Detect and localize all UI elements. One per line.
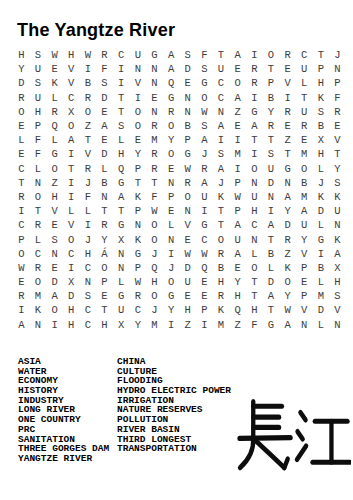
grid-cell[interactable]: U [296, 62, 313, 76]
grid-cell[interactable]: O [213, 232, 230, 246]
grid-cell[interactable]: C [246, 218, 263, 232]
grid-cell[interactable]: E [96, 289, 113, 303]
grid-cell[interactable]: J [213, 176, 230, 190]
grid-cell[interactable]: T [213, 204, 230, 218]
grid-cell[interactable]: I [63, 190, 80, 204]
grid-cell[interactable]: R [296, 119, 313, 133]
grid-cell[interactable]: L [313, 318, 330, 332]
grid-cell[interactable]: T [263, 232, 280, 246]
grid-cell[interactable]: N [179, 204, 196, 218]
grid-cell[interactable]: P [179, 133, 196, 147]
grid-cell[interactable]: O [196, 91, 213, 105]
grid-cell[interactable]: Q [113, 162, 130, 176]
grid-cell[interactable]: O [46, 162, 63, 176]
grid-cell[interactable]: D [263, 176, 280, 190]
grid-cell[interactable]: O [46, 303, 63, 317]
grid-cell[interactable]: G [163, 289, 180, 303]
grid-cell[interactable]: A [63, 133, 80, 147]
grid-cell[interactable]: A [263, 289, 280, 303]
grid-cell[interactable]: X [329, 261, 346, 275]
grid-cell[interactable]: I [113, 76, 130, 90]
grid-cell[interactable]: K [129, 190, 146, 204]
grid-cell[interactable]: T [296, 91, 313, 105]
grid-cell[interactable]: L [313, 218, 330, 232]
grid-cell[interactable]: C [63, 247, 80, 261]
grid-cell[interactable]: O [263, 48, 280, 62]
grid-cell[interactable]: L [113, 133, 130, 147]
grid-cell[interactable]: E [163, 162, 180, 176]
grid-cell[interactable]: Z [229, 105, 246, 119]
grid-cell[interactable]: R [146, 162, 163, 176]
grid-cell[interactable]: R [279, 232, 296, 246]
grid-cell[interactable]: N [329, 218, 346, 232]
grid-cell[interactable]: U [263, 162, 280, 176]
grid-cell[interactable]: A [46, 289, 63, 303]
grid-cell[interactable]: N [163, 176, 180, 190]
grid-cell[interactable]: C [13, 162, 30, 176]
grid-cell[interactable]: R [96, 218, 113, 232]
grid-cell[interactable]: H [313, 147, 330, 161]
grid-cell[interactable]: E [13, 119, 30, 133]
grid-cell[interactable]: W [46, 48, 63, 62]
grid-cell[interactable]: I [63, 176, 80, 190]
grid-cell[interactable]: S [30, 48, 47, 62]
grid-cell[interactable]: W [196, 105, 213, 119]
grid-cell[interactable]: T [213, 218, 230, 232]
grid-cell[interactable]: E [279, 62, 296, 76]
grid-cell[interactable]: P [296, 261, 313, 275]
grid-cell[interactable]: D [63, 289, 80, 303]
grid-cell[interactable]: V [329, 303, 346, 317]
grid-cell[interactable]: Y [13, 62, 30, 76]
grid-cell[interactable]: J [80, 176, 97, 190]
grid-cell[interactable]: A [263, 218, 280, 232]
grid-cell[interactable]: O [246, 162, 263, 176]
grid-cell[interactable]: S [313, 105, 330, 119]
grid-cell[interactable]: A [213, 119, 230, 133]
grid-cell[interactable]: R [129, 289, 146, 303]
grid-cell[interactable]: O [146, 289, 163, 303]
grid-cell[interactable]: W [179, 162, 196, 176]
grid-cell[interactable]: B [313, 119, 330, 133]
grid-cell[interactable]: M [213, 318, 230, 332]
grid-cell[interactable]: I [63, 261, 80, 275]
grid-cell[interactable]: T [129, 176, 146, 190]
grid-cell[interactable]: O [279, 275, 296, 289]
grid-cell[interactable]: E [196, 289, 213, 303]
grid-cell[interactable]: Y [263, 105, 280, 119]
grid-cell[interactable]: O [63, 232, 80, 246]
grid-cell[interactable]: B [263, 91, 280, 105]
grid-cell[interactable]: W [196, 247, 213, 261]
grid-cell[interactable]: L [30, 232, 47, 246]
grid-cell[interactable]: I [279, 91, 296, 105]
grid-cell[interactable]: D [263, 275, 280, 289]
grid-cell[interactable]: E [329, 119, 346, 133]
grid-cell[interactable]: V [63, 62, 80, 76]
grid-cell[interactable]: C [129, 303, 146, 317]
grid-cell[interactable]: U [113, 303, 130, 317]
grid-cell[interactable]: M [229, 147, 246, 161]
grid-cell[interactable]: O [30, 275, 47, 289]
grid-cell[interactable]: N [246, 232, 263, 246]
grid-cell[interactable]: Y [129, 147, 146, 161]
grid-cell[interactable]: S [46, 232, 63, 246]
grid-cell[interactable]: A [279, 190, 296, 204]
grid-cell[interactable]: O [146, 232, 163, 246]
grid-cell[interactable]: V [129, 76, 146, 90]
grid-cell[interactable]: I [163, 247, 180, 261]
grid-cell[interactable]: F [80, 190, 97, 204]
grid-cell[interactable]: T [96, 303, 113, 317]
grid-cell[interactable]: G [196, 218, 213, 232]
grid-cell[interactable]: T [113, 91, 130, 105]
grid-cell[interactable]: S [196, 62, 213, 76]
grid-cell[interactable]: I [13, 303, 30, 317]
grid-cell[interactable]: K [329, 190, 346, 204]
grid-cell[interactable]: T [246, 275, 263, 289]
grid-cell[interactable]: N [80, 275, 97, 289]
grid-cell[interactable]: A [163, 62, 180, 76]
grid-cell[interactable]: I [196, 204, 213, 218]
grid-cell[interactable]: Z [80, 119, 97, 133]
grid-cell[interactable]: P [263, 76, 280, 90]
grid-cell[interactable]: S [80, 289, 97, 303]
grid-cell[interactable]: P [129, 162, 146, 176]
grid-cell[interactable]: S [196, 119, 213, 133]
grid-cell[interactable]: Y [279, 289, 296, 303]
grid-cell[interactable]: N [279, 176, 296, 190]
grid-cell[interactable]: R [46, 105, 63, 119]
grid-cell[interactable]: V [46, 204, 63, 218]
grid-cell[interactable]: P [163, 190, 180, 204]
grid-cell[interactable]: V [80, 147, 97, 161]
grid-cell[interactable]: I [313, 247, 330, 261]
grid-cell[interactable]: O [246, 261, 263, 275]
grid-cell[interactable]: E [229, 119, 246, 133]
grid-cell[interactable]: C [113, 48, 130, 62]
grid-cell[interactable]: W [146, 204, 163, 218]
grid-cell[interactable]: C [213, 76, 230, 90]
grid-cell[interactable]: K [329, 232, 346, 246]
grid-cell[interactable]: R [13, 91, 30, 105]
grid-cell[interactable]: L [296, 76, 313, 90]
grid-cell[interactable]: F [30, 133, 47, 147]
grid-cell[interactable]: N [179, 105, 196, 119]
grid-cell[interactable]: Y [329, 162, 346, 176]
grid-cell[interactable]: A [163, 48, 180, 62]
grid-cell[interactable]: B [179, 119, 196, 133]
grid-cell[interactable]: L [96, 162, 113, 176]
grid-cell[interactable]: H [179, 303, 196, 317]
grid-cell[interactable]: E [129, 133, 146, 147]
grid-cell[interactable]: U [129, 48, 146, 62]
grid-cell[interactable]: G [196, 76, 213, 90]
grid-cell[interactable]: F [196, 48, 213, 62]
grid-cell[interactable]: E [46, 218, 63, 232]
grid-cell[interactable]: H [96, 318, 113, 332]
grid-cell[interactable]: D [96, 91, 113, 105]
grid-cell[interactable]: G [179, 147, 196, 161]
grid-cell[interactable]: R [279, 48, 296, 62]
grid-cell[interactable]: L [263, 261, 280, 275]
grid-cell[interactable]: T [96, 204, 113, 218]
grid-cell[interactable]: E [229, 62, 246, 76]
grid-cell[interactable]: Z [229, 318, 246, 332]
grid-cell[interactable]: R [263, 119, 280, 133]
grid-cell[interactable]: D [313, 303, 330, 317]
grid-cell[interactable]: S [329, 176, 346, 190]
grid-cell[interactable]: D [179, 62, 196, 76]
grid-cell[interactable]: N [30, 176, 47, 190]
grid-cell[interactable]: A [196, 133, 213, 147]
grid-cell[interactable]: N [113, 261, 130, 275]
grid-cell[interactable]: I [246, 48, 263, 62]
grid-cell[interactable]: O [13, 247, 30, 261]
grid-cell[interactable]: U [179, 275, 196, 289]
grid-cell[interactable]: P [196, 303, 213, 317]
grid-cell[interactable]: B [96, 176, 113, 190]
grid-cell[interactable]: J [146, 247, 163, 261]
grid-cell[interactable]: P [229, 204, 246, 218]
grid-cell[interactable]: N [146, 62, 163, 76]
grid-cell[interactable]: U [246, 190, 263, 204]
grid-cell[interactable]: W [80, 48, 97, 62]
grid-cell[interactable]: F [30, 147, 47, 161]
grid-cell[interactable]: Q [229, 303, 246, 317]
grid-cell[interactable]: A [279, 318, 296, 332]
grid-cell[interactable]: C [80, 303, 97, 317]
grid-cell[interactable]: P [30, 119, 47, 133]
grid-cell[interactable]: G [146, 48, 163, 62]
grid-cell[interactable]: C [80, 318, 97, 332]
grid-cell[interactable]: Z [46, 176, 63, 190]
grid-cell[interactable]: M [296, 147, 313, 161]
grid-cell[interactable]: H [113, 147, 130, 161]
grid-cell[interactable]: R [246, 62, 263, 76]
grid-cell[interactable]: G [263, 318, 280, 332]
grid-cell[interactable]: O [80, 105, 97, 119]
grid-cell[interactable]: V [63, 218, 80, 232]
grid-cell[interactable]: L [113, 275, 130, 289]
grid-cell[interactable]: E [279, 119, 296, 133]
grid-cell[interactable]: T [113, 105, 130, 119]
grid-cell[interactable]: C [296, 48, 313, 62]
grid-cell[interactable]: I [113, 62, 130, 76]
grid-cell[interactable]: A [113, 190, 130, 204]
grid-cell[interactable]: N [296, 318, 313, 332]
grid-cell[interactable]: T [213, 48, 230, 62]
grid-cell[interactable]: E [96, 133, 113, 147]
grid-cell[interactable]: U [30, 91, 47, 105]
grid-cell[interactable]: O [129, 119, 146, 133]
grid-cell[interactable]: X [113, 232, 130, 246]
grid-cell[interactable]: A [13, 318, 30, 332]
grid-cell[interactable]: O [296, 162, 313, 176]
grid-cell[interactable]: M [146, 133, 163, 147]
grid-cell[interactable]: O [63, 119, 80, 133]
grid-cell[interactable]: U [229, 232, 246, 246]
grid-cell[interactable]: A [296, 204, 313, 218]
grid-cell[interactable]: Y [163, 303, 180, 317]
grid-cell[interactable]: O [179, 190, 196, 204]
grid-cell[interactable]: H [229, 289, 246, 303]
grid-cell[interactable]: T [263, 303, 280, 317]
grid-cell[interactable]: R [13, 190, 30, 204]
grid-cell[interactable]: G [163, 91, 180, 105]
grid-cell[interactable]: K [313, 91, 330, 105]
grid-cell[interactable]: Y [279, 204, 296, 218]
grid-cell[interactable]: D [313, 204, 330, 218]
grid-cell[interactable]: Y [96, 232, 113, 246]
grid-cell[interactable]: J [146, 303, 163, 317]
grid-cell[interactable]: E [46, 62, 63, 76]
grid-cell[interactable]: F [246, 318, 263, 332]
grid-cell[interactable]: N [113, 247, 130, 261]
grid-cell[interactable]: W [229, 190, 246, 204]
grid-cell[interactable]: E [13, 275, 30, 289]
grid-cell[interactable]: R [13, 289, 30, 303]
grid-cell[interactable]: Á [96, 247, 113, 261]
grid-cell[interactable]: O [163, 119, 180, 133]
grid-cell[interactable]: N [329, 318, 346, 332]
grid-cell[interactable]: U [196, 190, 213, 204]
grid-cell[interactable]: V [296, 303, 313, 317]
grid-cell[interactable]: S [263, 147, 280, 161]
grid-cell[interactable]: F [96, 62, 113, 76]
grid-cell[interactable]: S [96, 76, 113, 90]
grid-cell[interactable]: H [246, 303, 263, 317]
grid-cell[interactable]: H [80, 247, 97, 261]
grid-cell[interactable]: O [96, 261, 113, 275]
grid-cell[interactable]: D [179, 261, 196, 275]
grid-cell[interactable]: K [46, 76, 63, 90]
grid-cell[interactable]: R [80, 162, 97, 176]
grid-cell[interactable]: R [279, 105, 296, 119]
grid-cell[interactable]: T [246, 133, 263, 147]
grid-cell[interactable]: A [229, 48, 246, 62]
grid-cell[interactable]: A [229, 91, 246, 105]
grid-cell[interactable]: I [46, 318, 63, 332]
grid-cell[interactable]: N [146, 105, 163, 119]
grid-cell[interactable]: H [30, 105, 47, 119]
grid-cell[interactable]: J [80, 232, 97, 246]
grid-cell[interactable]: V [179, 218, 196, 232]
grid-cell[interactable]: G [113, 289, 130, 303]
grid-cell[interactable]: G [129, 247, 146, 261]
grid-cell[interactable]: K [213, 190, 230, 204]
grid-cell[interactable]: E [179, 289, 196, 303]
grid-cell[interactable]: R [146, 147, 163, 161]
grid-cell[interactable]: Q [146, 261, 163, 275]
grid-cell[interactable]: X [63, 105, 80, 119]
grid-cell[interactable]: L [13, 133, 30, 147]
grid-cell[interactable]: J [313, 176, 330, 190]
grid-cell[interactable]: D [13, 76, 30, 90]
grid-cell[interactable]: Z [279, 247, 296, 261]
grid-cell[interactable]: R [163, 105, 180, 119]
grid-cell[interactable]: B [263, 247, 280, 261]
grid-cell[interactable]: E [146, 91, 163, 105]
grid-cell[interactable]: E [179, 232, 196, 246]
grid-cell[interactable]: S [329, 289, 346, 303]
grid-cell[interactable]: N [129, 218, 146, 232]
grid-cell[interactable]: Q [163, 76, 180, 90]
grid-cell[interactable]: I [246, 91, 263, 105]
grid-cell[interactable]: R [213, 289, 230, 303]
grid-cell[interactable]: N [30, 318, 47, 332]
grid-cell[interactable]: I [229, 162, 246, 176]
grid-cell[interactable]: L [313, 275, 330, 289]
grid-cell[interactable]: S [30, 76, 47, 90]
grid-cell[interactable]: T [63, 162, 80, 176]
grid-cell[interactable]: E [46, 261, 63, 275]
grid-cell[interactable]: E [163, 204, 180, 218]
grid-cell[interactable]: L [63, 204, 80, 218]
grid-cell[interactable]: I [196, 318, 213, 332]
grid-cell[interactable]: E [296, 133, 313, 147]
grid-cell[interactable]: R [30, 218, 47, 232]
grid-cell[interactable]: S [179, 48, 196, 62]
grid-cell[interactable]: A [246, 119, 263, 133]
grid-cell[interactable]: K [279, 261, 296, 275]
grid-cell[interactable]: H [46, 190, 63, 204]
grid-cell[interactable]: N [96, 190, 113, 204]
grid-cell[interactable]: U [30, 62, 47, 76]
grid-cell[interactable]: E [229, 261, 246, 275]
grid-cell[interactable]: T [263, 133, 280, 147]
grid-cell[interactable]: C [63, 91, 80, 105]
grid-cell[interactable]: G [246, 105, 263, 119]
grid-cell[interactable]: Y [129, 318, 146, 332]
grid-cell[interactable]: P [296, 289, 313, 303]
grid-cell[interactable]: Q [46, 119, 63, 133]
grid-cell[interactable]: B [213, 261, 230, 275]
grid-cell[interactable]: P [329, 76, 346, 90]
grid-cell[interactable]: W [13, 261, 30, 275]
grid-cell[interactable]: G [113, 176, 130, 190]
grid-cell[interactable]: O [163, 147, 180, 161]
grid-cell[interactable]: N [46, 247, 63, 261]
grid-cell[interactable]: O [13, 105, 30, 119]
grid-cell[interactable]: E [13, 147, 30, 161]
grid-cell[interactable]: I [80, 62, 97, 76]
grid-cell[interactable]: H [146, 275, 163, 289]
grid-cell[interactable]: N [329, 62, 346, 76]
grid-cell[interactable]: L [163, 218, 180, 232]
grid-cell[interactable]: H [63, 318, 80, 332]
grid-cell[interactable]: G [113, 218, 130, 232]
grid-cell[interactable]: N [179, 91, 196, 105]
grid-cell[interactable]: N [163, 232, 180, 246]
grid-cell[interactable]: G [313, 232, 330, 246]
grid-cell[interactable]: Z [179, 318, 196, 332]
grid-cell[interactable]: B [313, 261, 330, 275]
grid-cell[interactable]: T [246, 289, 263, 303]
grid-cell[interactable]: R [96, 48, 113, 62]
grid-cell[interactable]: H [63, 48, 80, 62]
grid-cell[interactable]: T [329, 147, 346, 161]
grid-cell[interactable]: A [196, 176, 213, 190]
grid-cell[interactable]: X [313, 133, 330, 147]
grid-cell[interactable]: T [146, 176, 163, 190]
grid-cell[interactable]: Q [196, 261, 213, 275]
grid-cell[interactable]: P [96, 275, 113, 289]
grid-cell[interactable]: K [213, 303, 230, 317]
grid-cell[interactable]: H [213, 275, 230, 289]
grid-cell[interactable]: X [63, 275, 80, 289]
grid-cell[interactable]: I [229, 133, 246, 147]
